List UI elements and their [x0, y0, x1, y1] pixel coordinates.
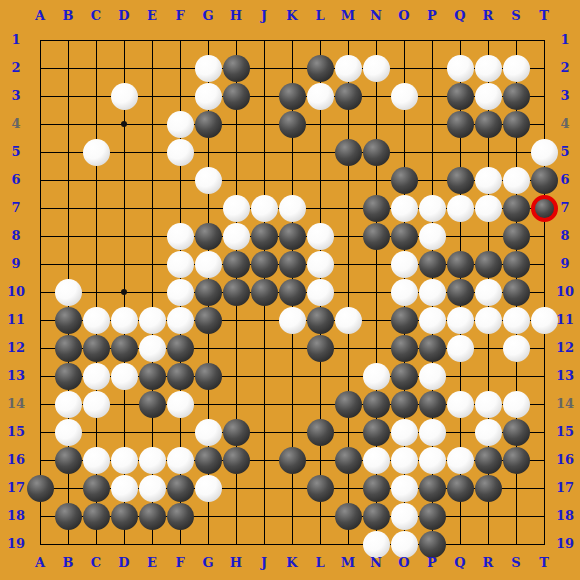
intersection-O11[interactable]	[390, 306, 418, 334]
intersection-D2[interactable]	[110, 54, 138, 82]
intersection-L14[interactable]	[306, 390, 334, 418]
intersection-O16[interactable]	[390, 446, 418, 474]
intersection-E18[interactable]	[138, 502, 166, 530]
intersection-R15[interactable]	[474, 418, 502, 446]
intersection-S18[interactable]	[502, 502, 530, 530]
intersection-J5[interactable]	[250, 138, 278, 166]
intersection-J1[interactable]	[250, 26, 278, 54]
intersection-P7[interactable]	[418, 194, 446, 222]
intersection-C19[interactable]	[82, 530, 110, 558]
intersection-Q5[interactable]	[446, 138, 474, 166]
intersection-J8[interactable]	[250, 222, 278, 250]
intersection-P4[interactable]	[418, 110, 446, 138]
intersection-B8[interactable]	[54, 222, 82, 250]
intersection-C17[interactable]	[82, 474, 110, 502]
intersection-P6[interactable]	[418, 166, 446, 194]
intersection-B6[interactable]	[54, 166, 82, 194]
intersection-D10[interactable]	[110, 278, 138, 306]
intersection-J14[interactable]	[250, 390, 278, 418]
intersection-O17[interactable]	[390, 474, 418, 502]
intersection-R10[interactable]	[474, 278, 502, 306]
intersection-F3[interactable]	[166, 82, 194, 110]
intersection-P5[interactable]	[418, 138, 446, 166]
intersection-C14[interactable]	[82, 390, 110, 418]
intersection-E15[interactable]	[138, 418, 166, 446]
intersection-B17[interactable]	[54, 474, 82, 502]
intersection-S9[interactable]	[502, 250, 530, 278]
intersection-D3[interactable]	[110, 82, 138, 110]
intersection-E12[interactable]	[138, 334, 166, 362]
intersection-E19[interactable]	[138, 530, 166, 558]
intersection-H5[interactable]	[222, 138, 250, 166]
intersection-A8[interactable]	[26, 222, 54, 250]
intersection-J2[interactable]	[250, 54, 278, 82]
intersection-H12[interactable]	[222, 334, 250, 362]
intersection-O6[interactable]	[390, 166, 418, 194]
intersection-K7[interactable]	[278, 194, 306, 222]
intersection-D1[interactable]	[110, 26, 138, 54]
intersection-S12[interactable]	[502, 334, 530, 362]
intersection-N13[interactable]	[362, 362, 390, 390]
intersection-P14[interactable]	[418, 390, 446, 418]
intersection-K9[interactable]	[278, 250, 306, 278]
intersection-D6[interactable]	[110, 166, 138, 194]
intersection-Q1[interactable]	[446, 26, 474, 54]
intersection-N7[interactable]	[362, 194, 390, 222]
intersection-S2[interactable]	[502, 54, 530, 82]
intersection-O19[interactable]	[390, 530, 418, 558]
intersection-E2[interactable]	[138, 54, 166, 82]
intersection-Q4[interactable]	[446, 110, 474, 138]
intersection-Q17[interactable]	[446, 474, 474, 502]
intersection-R14[interactable]	[474, 390, 502, 418]
intersection-E13[interactable]	[138, 362, 166, 390]
intersection-C9[interactable]	[82, 250, 110, 278]
intersection-G4[interactable]	[194, 110, 222, 138]
intersection-M12[interactable]	[334, 334, 362, 362]
intersection-B2[interactable]	[54, 54, 82, 82]
intersection-Q3[interactable]	[446, 82, 474, 110]
intersection-A1[interactable]	[26, 26, 54, 54]
intersection-F6[interactable]	[166, 166, 194, 194]
intersection-B10[interactable]	[54, 278, 82, 306]
intersection-G2[interactable]	[194, 54, 222, 82]
intersection-E11[interactable]	[138, 306, 166, 334]
intersection-Q8[interactable]	[446, 222, 474, 250]
intersection-F4[interactable]	[166, 110, 194, 138]
intersection-G8[interactable]	[194, 222, 222, 250]
intersection-A6[interactable]	[26, 166, 54, 194]
intersection-N1[interactable]	[362, 26, 390, 54]
intersection-P10[interactable]	[418, 278, 446, 306]
intersection-M5[interactable]	[334, 138, 362, 166]
intersection-Q2[interactable]	[446, 54, 474, 82]
intersection-P3[interactable]	[418, 82, 446, 110]
intersection-M18[interactable]	[334, 502, 362, 530]
intersection-P2[interactable]	[418, 54, 446, 82]
intersection-J17[interactable]	[250, 474, 278, 502]
intersection-F5[interactable]	[166, 138, 194, 166]
intersection-Q7[interactable]	[446, 194, 474, 222]
intersection-B15[interactable]	[54, 418, 82, 446]
intersection-B9[interactable]	[54, 250, 82, 278]
intersection-D7[interactable]	[110, 194, 138, 222]
intersection-H19[interactable]	[222, 530, 250, 558]
intersection-P1[interactable]	[418, 26, 446, 54]
intersection-H13[interactable]	[222, 362, 250, 390]
intersection-A18[interactable]	[26, 502, 54, 530]
intersection-B14[interactable]	[54, 390, 82, 418]
intersection-L19[interactable]	[306, 530, 334, 558]
intersection-G13[interactable]	[194, 362, 222, 390]
intersection-G7[interactable]	[194, 194, 222, 222]
intersection-E17[interactable]	[138, 474, 166, 502]
intersection-O3[interactable]	[390, 82, 418, 110]
intersection-F11[interactable]	[166, 306, 194, 334]
intersection-C18[interactable]	[82, 502, 110, 530]
intersection-B7[interactable]	[54, 194, 82, 222]
intersection-A5[interactable]	[26, 138, 54, 166]
intersection-B3[interactable]	[54, 82, 82, 110]
intersection-G12[interactable]	[194, 334, 222, 362]
intersection-D15[interactable]	[110, 418, 138, 446]
intersection-S14[interactable]	[502, 390, 530, 418]
intersection-F10[interactable]	[166, 278, 194, 306]
intersection-G16[interactable]	[194, 446, 222, 474]
intersection-H6[interactable]	[222, 166, 250, 194]
intersection-P13[interactable]	[418, 362, 446, 390]
intersection-G3[interactable]	[194, 82, 222, 110]
intersection-J10[interactable]	[250, 278, 278, 306]
intersection-M2[interactable]	[334, 54, 362, 82]
intersection-C15[interactable]	[82, 418, 110, 446]
intersection-R7[interactable]	[474, 194, 502, 222]
intersection-E4[interactable]	[138, 110, 166, 138]
intersection-O14[interactable]	[390, 390, 418, 418]
intersection-B5[interactable]	[54, 138, 82, 166]
intersection-D11[interactable]	[110, 306, 138, 334]
intersection-K17[interactable]	[278, 474, 306, 502]
intersection-H14[interactable]	[222, 390, 250, 418]
intersection-O4[interactable]	[390, 110, 418, 138]
intersection-G18[interactable]	[194, 502, 222, 530]
intersection-O9[interactable]	[390, 250, 418, 278]
intersection-N17[interactable]	[362, 474, 390, 502]
intersection-K12[interactable]	[278, 334, 306, 362]
intersection-H1[interactable]	[222, 26, 250, 54]
intersection-M11[interactable]	[334, 306, 362, 334]
intersection-A16[interactable]	[26, 446, 54, 474]
intersection-R4[interactable]	[474, 110, 502, 138]
intersection-C5[interactable]	[82, 138, 110, 166]
intersection-P19[interactable]	[418, 530, 446, 558]
intersection-A11[interactable]	[26, 306, 54, 334]
intersection-M16[interactable]	[334, 446, 362, 474]
intersection-L5[interactable]	[306, 138, 334, 166]
intersection-P17[interactable]	[418, 474, 446, 502]
intersection-Q13[interactable]	[446, 362, 474, 390]
intersection-H3[interactable]	[222, 82, 250, 110]
intersection-B13[interactable]	[54, 362, 82, 390]
intersection-Q14[interactable]	[446, 390, 474, 418]
intersection-F15[interactable]	[166, 418, 194, 446]
intersection-K3[interactable]	[278, 82, 306, 110]
intersection-G17[interactable]	[194, 474, 222, 502]
intersection-J18[interactable]	[250, 502, 278, 530]
intersection-G5[interactable]	[194, 138, 222, 166]
intersection-L6[interactable]	[306, 166, 334, 194]
intersection-K4[interactable]	[278, 110, 306, 138]
intersection-S15[interactable]	[502, 418, 530, 446]
intersection-E10[interactable]	[138, 278, 166, 306]
intersection-B19[interactable]	[54, 530, 82, 558]
intersection-M14[interactable]	[334, 390, 362, 418]
intersection-J15[interactable]	[250, 418, 278, 446]
intersection-D13[interactable]	[110, 362, 138, 390]
intersection-N9[interactable]	[362, 250, 390, 278]
intersection-B12[interactable]	[54, 334, 82, 362]
intersection-N8[interactable]	[362, 222, 390, 250]
intersection-K18[interactable]	[278, 502, 306, 530]
intersection-N15[interactable]	[362, 418, 390, 446]
intersection-H17[interactable]	[222, 474, 250, 502]
intersection-B18[interactable]	[54, 502, 82, 530]
intersection-E6[interactable]	[138, 166, 166, 194]
intersection-Q18[interactable]	[446, 502, 474, 530]
intersection-R17[interactable]	[474, 474, 502, 502]
intersection-M19[interactable]	[334, 530, 362, 558]
intersection-S11[interactable]	[502, 306, 530, 334]
intersection-K16[interactable]	[278, 446, 306, 474]
intersection-G14[interactable]	[194, 390, 222, 418]
intersection-M6[interactable]	[334, 166, 362, 194]
intersection-O10[interactable]	[390, 278, 418, 306]
intersection-A14[interactable]	[26, 390, 54, 418]
intersection-F7[interactable]	[166, 194, 194, 222]
intersection-N10[interactable]	[362, 278, 390, 306]
intersection-K6[interactable]	[278, 166, 306, 194]
intersection-F13[interactable]	[166, 362, 194, 390]
intersection-O12[interactable]	[390, 334, 418, 362]
intersection-D17[interactable]	[110, 474, 138, 502]
intersection-D12[interactable]	[110, 334, 138, 362]
intersection-L17[interactable]	[306, 474, 334, 502]
intersection-Q19[interactable]	[446, 530, 474, 558]
intersection-N5[interactable]	[362, 138, 390, 166]
intersection-C13[interactable]	[82, 362, 110, 390]
intersection-L4[interactable]	[306, 110, 334, 138]
intersection-P16[interactable]	[418, 446, 446, 474]
intersection-O1[interactable]	[390, 26, 418, 54]
intersection-F9[interactable]	[166, 250, 194, 278]
intersection-S13[interactable]	[502, 362, 530, 390]
intersection-R6[interactable]	[474, 166, 502, 194]
intersection-F2[interactable]	[166, 54, 194, 82]
intersection-M17[interactable]	[334, 474, 362, 502]
intersection-H18[interactable]	[222, 502, 250, 530]
intersection-S17[interactable]	[502, 474, 530, 502]
intersection-F14[interactable]	[166, 390, 194, 418]
intersection-N12[interactable]	[362, 334, 390, 362]
intersection-K14[interactable]	[278, 390, 306, 418]
intersection-N19[interactable]	[362, 530, 390, 558]
intersection-F19[interactable]	[166, 530, 194, 558]
intersection-Q16[interactable]	[446, 446, 474, 474]
intersection-N14[interactable]	[362, 390, 390, 418]
intersection-G15[interactable]	[194, 418, 222, 446]
intersection-J12[interactable]	[250, 334, 278, 362]
intersection-L3[interactable]	[306, 82, 334, 110]
intersection-E16[interactable]	[138, 446, 166, 474]
intersection-L11[interactable]	[306, 306, 334, 334]
intersection-K1[interactable]	[278, 26, 306, 54]
intersection-S5[interactable]	[502, 138, 530, 166]
intersection-C4[interactable]	[82, 110, 110, 138]
intersection-M3[interactable]	[334, 82, 362, 110]
intersection-J9[interactable]	[250, 250, 278, 278]
intersection-P15[interactable]	[418, 418, 446, 446]
intersection-H15[interactable]	[222, 418, 250, 446]
intersection-C7[interactable]	[82, 194, 110, 222]
intersection-R3[interactable]	[474, 82, 502, 110]
intersection-H8[interactable]	[222, 222, 250, 250]
intersection-L7[interactable]	[306, 194, 334, 222]
intersection-A12[interactable]	[26, 334, 54, 362]
intersection-D19[interactable]	[110, 530, 138, 558]
intersection-N11[interactable]	[362, 306, 390, 334]
intersection-M8[interactable]	[334, 222, 362, 250]
intersection-N6[interactable]	[362, 166, 390, 194]
intersection-K15[interactable]	[278, 418, 306, 446]
intersection-S3[interactable]	[502, 82, 530, 110]
intersection-Q9[interactable]	[446, 250, 474, 278]
intersection-O7[interactable]	[390, 194, 418, 222]
intersection-A3[interactable]	[26, 82, 54, 110]
intersection-R18[interactable]	[474, 502, 502, 530]
intersection-M13[interactable]	[334, 362, 362, 390]
intersection-N16[interactable]	[362, 446, 390, 474]
intersection-S1[interactable]	[502, 26, 530, 54]
intersection-K13[interactable]	[278, 362, 306, 390]
intersection-M10[interactable]	[334, 278, 362, 306]
intersection-K10[interactable]	[278, 278, 306, 306]
intersection-M1[interactable]	[334, 26, 362, 54]
intersection-Q10[interactable]	[446, 278, 474, 306]
intersection-C6[interactable]	[82, 166, 110, 194]
intersection-K19[interactable]	[278, 530, 306, 558]
intersection-P18[interactable]	[418, 502, 446, 530]
intersection-H9[interactable]	[222, 250, 250, 278]
intersection-H10[interactable]	[222, 278, 250, 306]
intersection-L16[interactable]	[306, 446, 334, 474]
intersection-S19[interactable]	[502, 530, 530, 558]
intersection-M15[interactable]	[334, 418, 362, 446]
intersection-A2[interactable]	[26, 54, 54, 82]
intersection-H4[interactable]	[222, 110, 250, 138]
intersection-Q12[interactable]	[446, 334, 474, 362]
intersection-R5[interactable]	[474, 138, 502, 166]
intersection-L18[interactable]	[306, 502, 334, 530]
intersection-N3[interactable]	[362, 82, 390, 110]
intersection-K8[interactable]	[278, 222, 306, 250]
intersection-O15[interactable]	[390, 418, 418, 446]
intersection-O13[interactable]	[390, 362, 418, 390]
intersection-S10[interactable]	[502, 278, 530, 306]
intersection-E8[interactable]	[138, 222, 166, 250]
intersection-O8[interactable]	[390, 222, 418, 250]
intersection-G11[interactable]	[194, 306, 222, 334]
intersection-L1[interactable]	[306, 26, 334, 54]
intersection-E3[interactable]	[138, 82, 166, 110]
intersection-A7[interactable]	[26, 194, 54, 222]
intersection-E7[interactable]	[138, 194, 166, 222]
intersection-E14[interactable]	[138, 390, 166, 418]
intersection-A10[interactable]	[26, 278, 54, 306]
intersection-F8[interactable]	[166, 222, 194, 250]
intersection-R16[interactable]	[474, 446, 502, 474]
intersection-J19[interactable]	[250, 530, 278, 558]
intersection-E5[interactable]	[138, 138, 166, 166]
intersection-P11[interactable]	[418, 306, 446, 334]
intersection-C8[interactable]	[82, 222, 110, 250]
intersection-M9[interactable]	[334, 250, 362, 278]
intersection-F18[interactable]	[166, 502, 194, 530]
intersection-G6[interactable]	[194, 166, 222, 194]
intersection-G9[interactable]	[194, 250, 222, 278]
intersection-J3[interactable]	[250, 82, 278, 110]
intersection-J7[interactable]	[250, 194, 278, 222]
intersection-G1[interactable]	[194, 26, 222, 54]
intersection-K11[interactable]	[278, 306, 306, 334]
intersection-K2[interactable]	[278, 54, 306, 82]
intersection-P8[interactable]	[418, 222, 446, 250]
intersection-D16[interactable]	[110, 446, 138, 474]
intersection-B11[interactable]	[54, 306, 82, 334]
intersection-R8[interactable]	[474, 222, 502, 250]
intersection-D14[interactable]	[110, 390, 138, 418]
intersection-Q15[interactable]	[446, 418, 474, 446]
intersection-R13[interactable]	[474, 362, 502, 390]
intersection-M7[interactable]	[334, 194, 362, 222]
intersection-G10[interactable]	[194, 278, 222, 306]
intersection-R11[interactable]	[474, 306, 502, 334]
intersection-L10[interactable]	[306, 278, 334, 306]
intersection-H2[interactable]	[222, 54, 250, 82]
intersection-A15[interactable]	[26, 418, 54, 446]
intersection-A19[interactable]	[26, 530, 54, 558]
intersection-L15[interactable]	[306, 418, 334, 446]
intersection-C3[interactable]	[82, 82, 110, 110]
intersection-L12[interactable]	[306, 334, 334, 362]
intersection-J13[interactable]	[250, 362, 278, 390]
intersection-P12[interactable]	[418, 334, 446, 362]
intersection-H7[interactable]	[222, 194, 250, 222]
intersection-R2[interactable]	[474, 54, 502, 82]
intersection-C12[interactable]	[82, 334, 110, 362]
intersection-A4[interactable]	[26, 110, 54, 138]
intersection-D18[interactable]	[110, 502, 138, 530]
intersection-D9[interactable]	[110, 250, 138, 278]
intersection-K5[interactable]	[278, 138, 306, 166]
intersection-S6[interactable]	[502, 166, 530, 194]
intersection-J4[interactable]	[250, 110, 278, 138]
intersection-F12[interactable]	[166, 334, 194, 362]
intersection-C10[interactable]	[82, 278, 110, 306]
intersection-N4[interactable]	[362, 110, 390, 138]
intersection-R19[interactable]	[474, 530, 502, 558]
intersection-F17[interactable]	[166, 474, 194, 502]
intersection-O18[interactable]	[390, 502, 418, 530]
